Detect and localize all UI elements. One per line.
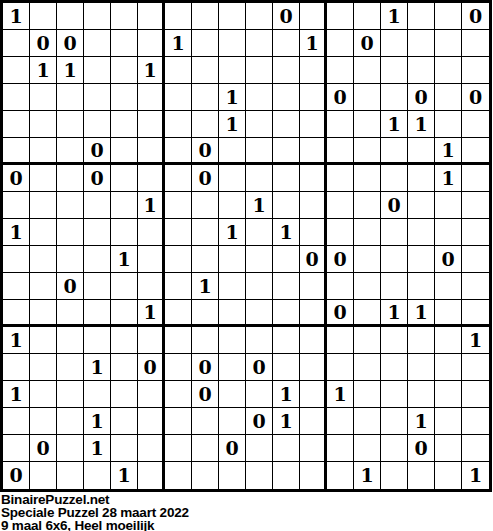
cell-r15c3[interactable] [57,381,84,408]
cell-r11c1[interactable] [3,273,30,300]
cell-r8c9[interactable] [219,192,246,219]
cell-r7c12[interactable] [300,165,327,192]
cell-r5c3[interactable] [57,111,84,138]
given-cell-r10c13[interactable]: 0 [327,246,354,273]
cell-r6c5[interactable] [111,138,138,165]
cell-r8c18[interactable] [462,192,489,219]
cell-r6c6[interactable] [138,138,165,165]
given-cell-r11c8[interactable]: 1 [192,273,219,300]
cell-r10c10[interactable] [246,246,273,273]
cell-r4c3[interactable] [57,84,84,111]
cell-r5c1[interactable] [3,111,30,138]
cell-r7c18[interactable] [462,165,489,192]
cell-r10c14[interactable] [354,246,381,273]
cell-r2c10[interactable] [246,30,273,57]
cell-r1c2[interactable] [30,3,57,30]
cell-r14c11[interactable] [273,354,300,381]
cell-r17c13[interactable] [327,435,354,462]
cell-r5c6[interactable] [138,111,165,138]
cell-r6c1[interactable] [3,138,30,165]
cell-r11c9[interactable] [219,273,246,300]
cell-r12c5[interactable] [111,300,138,327]
cell-r18c10[interactable] [246,462,273,489]
cell-r4c11[interactable] [273,84,300,111]
cell-r16c7[interactable] [165,408,192,435]
cell-r7c16[interactable] [408,165,435,192]
cell-r13c6[interactable] [138,327,165,354]
cell-r5c5[interactable] [111,111,138,138]
cell-r14c12[interactable] [300,354,327,381]
cell-r4c10[interactable] [246,84,273,111]
cell-r11c14[interactable] [354,273,381,300]
cell-r1c8[interactable] [192,3,219,30]
cell-r13c13[interactable] [327,327,354,354]
given-cell-r12c15[interactable]: 1 [381,300,408,327]
cell-r12c3[interactable] [57,300,84,327]
cell-r3c10[interactable] [246,57,273,84]
cell-r11c4[interactable] [84,273,111,300]
cell-r4c7[interactable] [165,84,192,111]
given-cell-r12c13[interactable]: 0 [327,300,354,327]
cell-r2c6[interactable] [138,30,165,57]
cell-r6c15[interactable] [381,138,408,165]
cell-r7c11[interactable] [273,165,300,192]
cell-r12c14[interactable] [354,300,381,327]
cell-r16c2[interactable] [30,408,57,435]
cell-r15c14[interactable] [354,381,381,408]
cell-r15c5[interactable] [111,381,138,408]
cell-r12c11[interactable] [273,300,300,327]
cell-r1c9[interactable] [219,3,246,30]
given-cell-r18c18[interactable]: 1 [462,462,489,489]
cell-r13c7[interactable] [165,327,192,354]
cell-r18c12[interactable] [300,462,327,489]
cell-r12c2[interactable] [30,300,57,327]
given-cell-r10c5[interactable]: 1 [111,246,138,273]
cell-r18c16[interactable] [408,462,435,489]
cell-r6c10[interactable] [246,138,273,165]
cell-r14c5[interactable] [111,354,138,381]
cell-r3c17[interactable] [435,57,462,84]
cell-r18c6[interactable] [138,462,165,489]
cell-r18c7[interactable] [165,462,192,489]
cell-r16c13[interactable] [327,408,354,435]
cell-r18c11[interactable] [273,462,300,489]
cell-r16c9[interactable] [219,408,246,435]
given-cell-r1c11[interactable]: 0 [273,3,300,30]
cell-r5c11[interactable] [273,111,300,138]
cell-r6c7[interactable] [165,138,192,165]
given-cell-r1c18[interactable]: 0 [462,3,489,30]
cell-r4c17[interactable] [435,84,462,111]
cell-r16c1[interactable] [3,408,30,435]
given-cell-r7c4[interactable]: 0 [84,165,111,192]
cell-r2c1[interactable] [3,30,30,57]
given-cell-r3c6[interactable]: 1 [138,57,165,84]
cell-r16c18[interactable] [462,408,489,435]
cell-r8c4[interactable] [84,192,111,219]
given-cell-r6c8[interactable]: 0 [192,138,219,165]
cell-r13c9[interactable] [219,327,246,354]
cell-r9c18[interactable] [462,219,489,246]
cell-r16c8[interactable] [192,408,219,435]
cell-r3c15[interactable] [381,57,408,84]
given-cell-r2c2[interactable]: 0 [30,30,57,57]
cell-r11c13[interactable] [327,273,354,300]
cell-r2c8[interactable] [192,30,219,57]
cell-r3c1[interactable] [3,57,30,84]
cell-r14c7[interactable] [165,354,192,381]
cell-r5c10[interactable] [246,111,273,138]
cell-r16c6[interactable] [138,408,165,435]
cell-r1c3[interactable] [57,3,84,30]
cell-r17c7[interactable] [165,435,192,462]
cell-r9c12[interactable] [300,219,327,246]
given-cell-r4c18[interactable]: 0 [462,84,489,111]
cell-r10c15[interactable] [381,246,408,273]
cell-r4c6[interactable] [138,84,165,111]
cell-r11c16[interactable] [408,273,435,300]
cell-r9c8[interactable] [192,219,219,246]
cell-r8c1[interactable] [3,192,30,219]
cell-r7c3[interactable] [57,165,84,192]
given-cell-r13c18[interactable]: 1 [462,327,489,354]
cell-r15c2[interactable] [30,381,57,408]
given-cell-r18c14[interactable]: 1 [354,462,381,489]
given-cell-r18c5[interactable]: 1 [111,462,138,489]
cell-r11c5[interactable] [111,273,138,300]
cell-r18c13[interactable] [327,462,354,489]
cell-r14c3[interactable] [57,354,84,381]
cell-r7c13[interactable] [327,165,354,192]
cell-r8c13[interactable] [327,192,354,219]
cell-r16c15[interactable] [381,408,408,435]
cell-r1c17[interactable] [435,3,462,30]
given-cell-r2c12[interactable]: 1 [300,30,327,57]
cell-r6c13[interactable] [327,138,354,165]
cell-r8c16[interactable] [408,192,435,219]
cell-r3c7[interactable] [165,57,192,84]
given-cell-r12c16[interactable]: 1 [408,300,435,327]
given-cell-r3c2[interactable]: 1 [30,57,57,84]
cell-r14c16[interactable] [408,354,435,381]
cell-r18c2[interactable] [30,462,57,489]
cell-r11c2[interactable] [30,273,57,300]
cell-r13c14[interactable] [354,327,381,354]
cell-r7c15[interactable] [381,165,408,192]
cell-r11c10[interactable] [246,273,273,300]
cell-r2c5[interactable] [111,30,138,57]
given-cell-r8c6[interactable]: 1 [138,192,165,219]
cell-r7c6[interactable] [138,165,165,192]
given-cell-r16c4[interactable]: 1 [84,408,111,435]
given-cell-r4c9[interactable]: 1 [219,84,246,111]
given-cell-r1c15[interactable]: 1 [381,3,408,30]
cell-r13c12[interactable] [300,327,327,354]
cell-r11c11[interactable] [273,273,300,300]
cell-r5c17[interactable] [435,111,462,138]
cell-r17c12[interactable] [300,435,327,462]
cell-r3c11[interactable] [273,57,300,84]
cell-r16c3[interactable] [57,408,84,435]
given-cell-r7c8[interactable]: 0 [192,165,219,192]
given-cell-r16c11[interactable]: 1 [273,408,300,435]
cell-r9c6[interactable] [138,219,165,246]
given-cell-r8c10[interactable]: 1 [246,192,273,219]
cell-r14c18[interactable] [462,354,489,381]
cell-r17c10[interactable] [246,435,273,462]
given-cell-r9c1[interactable]: 1 [3,219,30,246]
cell-r8c17[interactable] [435,192,462,219]
given-cell-r11c3[interactable]: 0 [57,273,84,300]
cell-r17c8[interactable] [192,435,219,462]
cell-r5c2[interactable] [30,111,57,138]
cell-r3c18[interactable] [462,57,489,84]
cell-r6c18[interactable] [462,138,489,165]
cell-r6c16[interactable] [408,138,435,165]
cell-r12c10[interactable] [246,300,273,327]
cell-r4c1[interactable] [3,84,30,111]
cell-r2c9[interactable] [219,30,246,57]
cell-r3c4[interactable] [84,57,111,84]
given-cell-r17c4[interactable]: 1 [84,435,111,462]
cell-r15c18[interactable] [462,381,489,408]
cell-r1c12[interactable] [300,3,327,30]
cell-r13c8[interactable] [192,327,219,354]
cell-r18c4[interactable] [84,462,111,489]
cell-r17c1[interactable] [3,435,30,462]
cell-r1c16[interactable] [408,3,435,30]
given-cell-r14c10[interactable]: 0 [246,354,273,381]
cell-r18c17[interactable] [435,462,462,489]
cell-r3c9[interactable] [219,57,246,84]
given-cell-r12c6[interactable]: 1 [138,300,165,327]
cell-r5c14[interactable] [354,111,381,138]
cell-r9c5[interactable] [111,219,138,246]
cell-r10c16[interactable] [408,246,435,273]
cell-r17c14[interactable] [354,435,381,462]
cell-r17c15[interactable] [381,435,408,462]
given-cell-r3c3[interactable]: 1 [57,57,84,84]
given-cell-r17c2[interactable]: 0 [30,435,57,462]
cell-r3c16[interactable] [408,57,435,84]
given-cell-r14c8[interactable]: 0 [192,354,219,381]
given-cell-r14c4[interactable]: 1 [84,354,111,381]
cell-r12c18[interactable] [462,300,489,327]
cell-r5c7[interactable] [165,111,192,138]
cell-r7c14[interactable] [354,165,381,192]
cell-r6c2[interactable] [30,138,57,165]
cell-r10c7[interactable] [165,246,192,273]
given-cell-r15c1[interactable]: 1 [3,381,30,408]
cell-r15c6[interactable] [138,381,165,408]
cell-r1c14[interactable] [354,3,381,30]
cell-r16c17[interactable] [435,408,462,435]
cell-r11c15[interactable] [381,273,408,300]
given-cell-r4c16[interactable]: 0 [408,84,435,111]
cell-r17c18[interactable] [462,435,489,462]
given-cell-r2c3[interactable]: 0 [57,30,84,57]
given-cell-r14c6[interactable]: 0 [138,354,165,381]
given-cell-r5c15[interactable]: 1 [381,111,408,138]
cell-r17c11[interactable] [273,435,300,462]
cell-r1c4[interactable] [84,3,111,30]
cell-r7c10[interactable] [246,165,273,192]
cell-r14c17[interactable] [435,354,462,381]
cell-r15c10[interactable] [246,381,273,408]
cell-r13c10[interactable] [246,327,273,354]
cell-r14c13[interactable] [327,354,354,381]
cell-r1c5[interactable] [111,3,138,30]
given-cell-r2c14[interactable]: 0 [354,30,381,57]
cell-r10c4[interactable] [84,246,111,273]
cell-r8c7[interactable] [165,192,192,219]
cell-r5c4[interactable] [84,111,111,138]
cell-r6c3[interactable] [57,138,84,165]
cell-r8c3[interactable] [57,192,84,219]
cell-r14c15[interactable] [381,354,408,381]
cell-r13c5[interactable] [111,327,138,354]
cell-r17c5[interactable] [111,435,138,462]
cell-r10c6[interactable] [138,246,165,273]
cell-r12c1[interactable] [3,300,30,327]
cell-r7c2[interactable] [30,165,57,192]
cell-r18c8[interactable] [192,462,219,489]
cell-r8c12[interactable] [300,192,327,219]
cell-r4c12[interactable] [300,84,327,111]
cell-r1c6[interactable] [138,3,165,30]
cell-r1c13[interactable] [327,3,354,30]
cell-r11c17[interactable] [435,273,462,300]
cell-r3c14[interactable] [354,57,381,84]
cell-r3c12[interactable] [300,57,327,84]
cell-r3c8[interactable] [192,57,219,84]
cell-r10c9[interactable] [219,246,246,273]
cell-r10c11[interactable] [273,246,300,273]
cell-r9c7[interactable] [165,219,192,246]
cell-r10c1[interactable] [3,246,30,273]
cell-r17c6[interactable] [138,435,165,462]
cell-r15c4[interactable] [84,381,111,408]
cell-r6c9[interactable] [219,138,246,165]
given-cell-r6c4[interactable]: 0 [84,138,111,165]
cell-r13c11[interactable] [273,327,300,354]
cell-r12c9[interactable] [219,300,246,327]
cell-r18c15[interactable] [381,462,408,489]
cell-r9c3[interactable] [57,219,84,246]
given-cell-r18c1[interactable]: 0 [3,462,30,489]
cell-r13c4[interactable] [84,327,111,354]
cell-r8c11[interactable] [273,192,300,219]
cell-r9c13[interactable] [327,219,354,246]
cell-r2c4[interactable] [84,30,111,57]
cell-r5c8[interactable] [192,111,219,138]
cell-r3c13[interactable] [327,57,354,84]
cell-r13c16[interactable] [408,327,435,354]
cell-r8c8[interactable] [192,192,219,219]
cell-r14c14[interactable] [354,354,381,381]
given-cell-r8c15[interactable]: 0 [381,192,408,219]
cell-r14c2[interactable] [30,354,57,381]
given-cell-r9c11[interactable]: 1 [273,219,300,246]
cell-r13c2[interactable] [30,327,57,354]
given-cell-r17c16[interactable]: 0 [408,435,435,462]
cell-r6c11[interactable] [273,138,300,165]
cell-r13c3[interactable] [57,327,84,354]
given-cell-r15c8[interactable]: 0 [192,381,219,408]
given-cell-r7c1[interactable]: 0 [3,165,30,192]
cell-r17c17[interactable] [435,435,462,462]
cell-r11c18[interactable] [462,273,489,300]
cell-r18c9[interactable] [219,462,246,489]
given-cell-r13c1[interactable]: 1 [3,327,30,354]
cell-r3c5[interactable] [111,57,138,84]
cell-r8c2[interactable] [30,192,57,219]
cell-r10c18[interactable] [462,246,489,273]
cell-r12c12[interactable] [300,300,327,327]
cell-r15c9[interactable] [219,381,246,408]
cell-r2c13[interactable] [327,30,354,57]
cell-r13c17[interactable] [435,327,462,354]
cell-r10c3[interactable] [57,246,84,273]
given-cell-r9c9[interactable]: 1 [219,219,246,246]
given-cell-r15c11[interactable]: 1 [273,381,300,408]
cell-r11c12[interactable] [300,273,327,300]
given-cell-r4c13[interactable]: 0 [327,84,354,111]
cell-r4c8[interactable] [192,84,219,111]
cell-r8c14[interactable] [354,192,381,219]
cell-r2c16[interactable] [408,30,435,57]
cell-r9c16[interactable] [408,219,435,246]
cell-r17c3[interactable] [57,435,84,462]
given-cell-r10c17[interactable]: 0 [435,246,462,273]
cell-r9c2[interactable] [30,219,57,246]
given-cell-r17c9[interactable]: 0 [219,435,246,462]
cell-r4c14[interactable] [354,84,381,111]
cell-r15c16[interactable] [408,381,435,408]
cell-r5c18[interactable] [462,111,489,138]
cell-r14c9[interactable] [219,354,246,381]
cell-r12c17[interactable] [435,300,462,327]
cell-r5c13[interactable] [327,111,354,138]
cell-r12c4[interactable] [84,300,111,327]
given-cell-r7c17[interactable]: 1 [435,165,462,192]
given-cell-r6c17[interactable]: 1 [435,138,462,165]
cell-r9c4[interactable] [84,219,111,246]
cell-r7c5[interactable] [111,165,138,192]
cell-r2c17[interactable] [435,30,462,57]
cell-r6c12[interactable] [300,138,327,165]
cell-r7c9[interactable] [219,165,246,192]
cell-r15c15[interactable] [381,381,408,408]
cell-r4c15[interactable] [381,84,408,111]
cell-r13c15[interactable] [381,327,408,354]
cell-r15c12[interactable] [300,381,327,408]
cell-r5c12[interactable] [300,111,327,138]
cell-r2c15[interactable] [381,30,408,57]
given-cell-r1c1[interactable]: 1 [3,3,30,30]
given-cell-r15c13[interactable]: 1 [327,381,354,408]
cell-r9c17[interactable] [435,219,462,246]
cell-r7c7[interactable] [165,165,192,192]
cell-r4c4[interactable] [84,84,111,111]
cell-r1c7[interactable] [165,3,192,30]
cell-r14c1[interactable] [3,354,30,381]
cell-r11c6[interactable] [138,273,165,300]
cell-r16c14[interactable] [354,408,381,435]
cell-r4c2[interactable] [30,84,57,111]
cell-r15c17[interactable] [435,381,462,408]
